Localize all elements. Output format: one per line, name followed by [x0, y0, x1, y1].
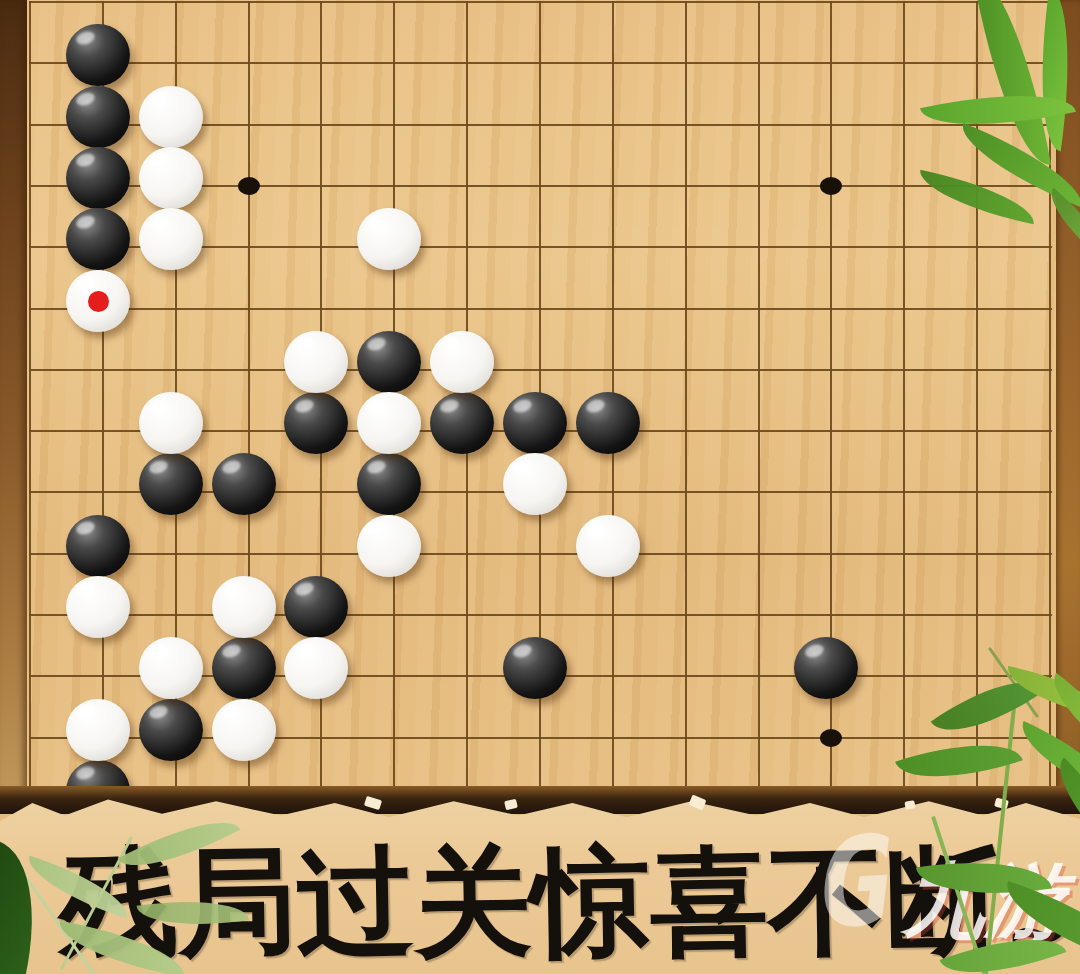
banner-char: 关 [413, 842, 533, 962]
black-stone [212, 453, 276, 515]
white-stone [66, 576, 130, 638]
grid-line-horizontal [29, 62, 1052, 64]
white-stone [66, 270, 130, 332]
stone-highlight [147, 397, 169, 415]
stone-highlight [512, 397, 534, 415]
stone-highlight [220, 581, 242, 599]
black-stone [357, 453, 421, 515]
stone-highlight [147, 90, 169, 108]
last-move-marker [88, 291, 109, 312]
grid-line-horizontal [29, 614, 1052, 616]
stone-highlight [512, 642, 534, 660]
star-point [820, 177, 842, 195]
white-stone [357, 392, 421, 454]
black-stone [66, 208, 130, 270]
banner-char: 惊 [531, 842, 651, 962]
white-stone [357, 208, 421, 270]
stone-highlight [75, 213, 97, 231]
stone-highlight [75, 29, 97, 47]
board-left-frame [0, 0, 27, 806]
stone-highlight [293, 336, 315, 354]
stone-highlight [75, 581, 97, 599]
stone-highlight [366, 213, 388, 231]
grid-line-vertical [903, 1, 905, 801]
stone-highlight [147, 458, 169, 476]
star-point [238, 177, 260, 195]
grid-line-vertical [29, 1, 31, 801]
stone-highlight [220, 458, 242, 476]
black-stone [503, 637, 567, 699]
black-stone [794, 637, 858, 699]
banner-char: 不 [767, 842, 887, 962]
black-stone [212, 637, 276, 699]
stone-highlight [147, 703, 169, 721]
stone-highlight [585, 519, 607, 537]
stone-highlight [75, 703, 97, 721]
black-stone [430, 392, 494, 454]
white-stone [284, 331, 348, 393]
black-stone [66, 515, 130, 577]
white-stone [212, 576, 276, 638]
white-stone [139, 147, 203, 209]
black-stone [139, 453, 203, 515]
stone-highlight [366, 397, 388, 415]
black-stone [66, 147, 130, 209]
stone-highlight [439, 336, 461, 354]
stone-highlight [75, 90, 97, 108]
white-stone [284, 637, 348, 699]
stone-highlight [366, 458, 388, 476]
stone-highlight [803, 642, 825, 660]
stone-highlight [75, 274, 97, 292]
black-stone [66, 86, 130, 148]
white-stone [139, 392, 203, 454]
banner-char: 过 [295, 842, 415, 962]
grid-line-horizontal [29, 1, 1052, 3]
stone-highlight [147, 152, 169, 170]
white-stone [430, 331, 494, 393]
white-stone [139, 208, 203, 270]
stone-highlight [366, 336, 388, 354]
white-stone [66, 699, 130, 761]
stone-highlight [147, 213, 169, 231]
black-stone [576, 392, 640, 454]
go-board[interactable] [0, 0, 1080, 806]
stone-highlight [220, 642, 242, 660]
grid-line-vertical [685, 1, 687, 801]
stone-highlight [220, 703, 242, 721]
grid-line-horizontal [29, 308, 1052, 310]
stone-highlight [366, 519, 388, 537]
stone-highlight [585, 397, 607, 415]
stone-highlight [439, 397, 461, 415]
stone-highlight [147, 642, 169, 660]
banner-char: 喜 [649, 842, 769, 962]
stone-highlight [75, 152, 97, 170]
white-stone [212, 699, 276, 761]
stone-highlight [293, 581, 315, 599]
black-stone [503, 392, 567, 454]
white-stone [139, 86, 203, 148]
grid-line-horizontal [29, 369, 1052, 371]
grid-line-horizontal [29, 553, 1052, 555]
go-puzzle-screen: 残局过关惊喜不断~ G 九游 [0, 0, 1080, 974]
paper-tear-speck [904, 800, 915, 810]
stone-highlight [512, 458, 534, 476]
stone-highlight [293, 642, 315, 660]
white-stone [139, 637, 203, 699]
black-stone [139, 699, 203, 761]
white-stone [576, 515, 640, 577]
stone-highlight [293, 397, 315, 415]
black-stone [284, 392, 348, 454]
grid-line-vertical [758, 1, 760, 801]
white-stone [503, 453, 567, 515]
stone-highlight [75, 519, 97, 537]
stone-highlight [75, 765, 97, 783]
black-stone [357, 331, 421, 393]
black-stone [284, 576, 348, 638]
star-point [820, 729, 842, 747]
white-stone [357, 515, 421, 577]
black-stone [66, 24, 130, 86]
